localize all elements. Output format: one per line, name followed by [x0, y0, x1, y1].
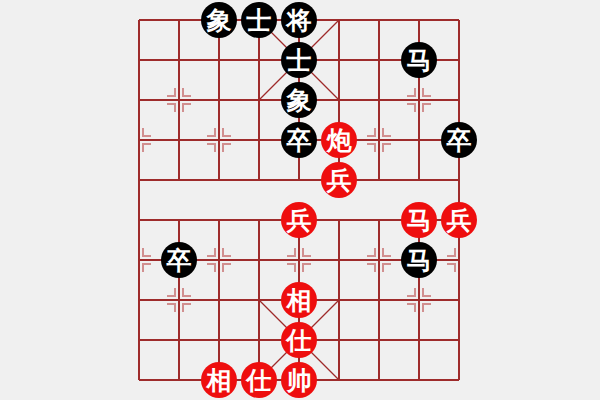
black-advisor-piece[interactable]: 士 [241, 2, 277, 38]
red-general-piece[interactable]: 帅 [281, 362, 317, 398]
black-pawn-piece[interactable]: 卒 [161, 242, 197, 278]
red-elephant-piece[interactable]: 相 [281, 282, 317, 318]
red-advisor-piece[interactable]: 仕 [281, 322, 317, 358]
red-pawn-piece[interactable]: 兵 [441, 202, 477, 238]
black-pawn-piece[interactable]: 卒 [281, 122, 317, 158]
black-horse-piece[interactable]: 马 [401, 42, 437, 78]
red-elephant-piece[interactable]: 相 [201, 362, 237, 398]
black-general-piece[interactable]: 将 [281, 2, 317, 38]
red-horse-piece[interactable]: 马 [401, 202, 437, 238]
black-horse-piece[interactable]: 马 [401, 242, 437, 278]
xiangqi-board: 象士将士马象卒炮卒兵兵马兵卒马相仕相仕帅 [119, 0, 479, 400]
black-advisor-piece[interactable]: 士 [281, 42, 317, 78]
red-cannon-piece[interactable]: 炮 [321, 122, 357, 158]
red-pawn-piece[interactable]: 兵 [281, 202, 317, 238]
red-advisor-piece[interactable]: 仕 [241, 362, 277, 398]
black-pawn-piece[interactable]: 卒 [441, 122, 477, 158]
black-elephant-piece[interactable]: 象 [201, 2, 237, 38]
xiangqi-game-area: 象士将士马象卒炮卒兵兵马兵卒马相仕相仕帅 [0, 0, 600, 400]
black-elephant-piece[interactable]: 象 [281, 82, 317, 118]
red-pawn-piece[interactable]: 兵 [321, 162, 357, 198]
